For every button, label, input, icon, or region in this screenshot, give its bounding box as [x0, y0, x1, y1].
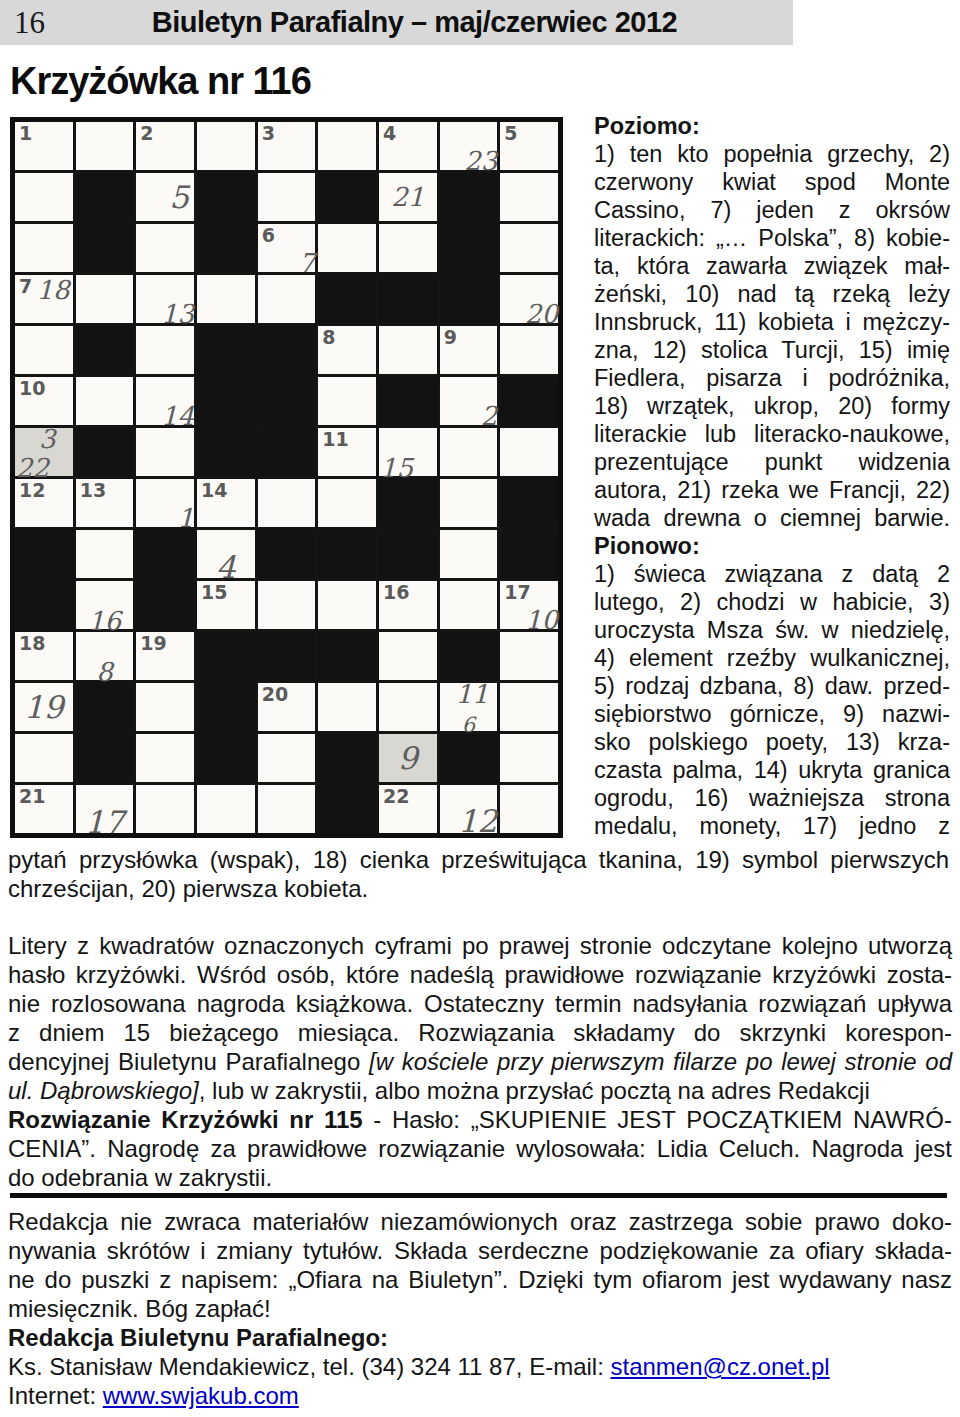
grid-cell-r14c1[interactable]: 21	[15, 785, 73, 833]
grid-cell-r7c1[interactable]: 322	[15, 428, 73, 476]
text-line: Cassino, 7) jeden z okrsów	[594, 196, 950, 224]
grid-cell-r5c9[interactable]	[500, 326, 558, 374]
grid-cell-r8c2[interactable]: 13	[76, 479, 134, 527]
grid-cell-r1c8[interactable]: 23	[440, 122, 498, 170]
grid-cell-r14c8[interactable]: 12	[440, 785, 498, 833]
grid-cell-r10c9[interactable]: 1710	[500, 581, 558, 629]
text-line: Innsbruck, 11) kobieta i mężczy-	[594, 308, 950, 336]
grid-cell-r11c4	[197, 632, 255, 680]
grid-cell-r11c9[interactable]	[500, 632, 558, 680]
grid-cell-r5c7[interactable]	[379, 326, 437, 374]
grid-cell-r13c8	[440, 734, 498, 782]
grid-cell-r5c8[interactable]: 9	[440, 326, 498, 374]
header-bar: 16 Biuletyn Parafialny – maj/czerwiec 20…	[0, 0, 793, 45]
text-segment: do odebrania w zakrystii.	[8, 1164, 272, 1191]
password-digit: 9	[398, 743, 418, 774]
password-digit: 19	[24, 692, 63, 723]
text-segment: żeński, 10) nad tą rzeką leży	[594, 281, 950, 307]
grid-cell-r10c5[interactable]	[258, 581, 316, 629]
grid-cell-r1c4[interactable]	[197, 122, 255, 170]
grid-cell-r2c9[interactable]	[500, 173, 558, 221]
grid-cell-r11c6	[318, 632, 376, 680]
grid-cell-r13c5[interactable]	[258, 734, 316, 782]
password-digit: 13	[161, 301, 194, 327]
grid-cell-r1c6[interactable]	[318, 122, 376, 170]
page-number: 16	[14, 5, 66, 41]
grid-cell-r9c4[interactable]: 4	[197, 530, 255, 578]
text-line: Redakcja nie zwraca materiałów niezamówi…	[8, 1207, 952, 1236]
text-line: ta, która zawarła związek mał-	[594, 252, 950, 280]
text-segment: autora, 21) rzeka we Francji, 22)	[594, 477, 950, 503]
password-digit: 3	[39, 426, 56, 452]
grid-cell-r5c6[interactable]: 8	[318, 326, 376, 374]
grid-cell-r14c7[interactable]: 22	[379, 785, 437, 833]
text-segment: czasta palma, 14) ukryta granica	[594, 757, 950, 783]
text-line: CENIA”. Nagrodę za prawidłowe rozwiązani…	[8, 1134, 952, 1163]
text-line: nywania skrótów i zmiany tytułów. Składa…	[8, 1236, 952, 1265]
clue-number: 11	[322, 430, 348, 449]
text-line: czasta palma, 14) ukryta granica	[594, 756, 950, 784]
clue-number: 7	[19, 277, 32, 296]
grid-cell-r3c4	[197, 224, 255, 272]
grid-cell-r5c4	[197, 326, 255, 374]
grid-cell-r10c1	[15, 581, 73, 629]
grid-cell-r9c3	[136, 530, 194, 578]
text-line: ne do puszki z napisem: „Ofiara na Biule…	[8, 1265, 952, 1294]
grid-cell-r12c2	[76, 683, 134, 731]
grid-cell-r9c2[interactable]	[76, 530, 134, 578]
grid-cell-r8c8[interactable]	[440, 479, 498, 527]
password-digit: 16	[88, 608, 121, 634]
text-segment: Rozwiązanie Krzyżówki nr 115	[8, 1106, 363, 1133]
grid-cell-r5c3[interactable]	[136, 326, 194, 374]
grid-cell-r14c6	[318, 785, 376, 833]
grid-cell-r7c7[interactable]: 15	[379, 428, 437, 476]
grid-cell-r10c8[interactable]	[440, 581, 498, 629]
grid-cell-r10c7[interactable]: 16	[379, 581, 437, 629]
grid-cell-r6c3[interactable]: 14	[136, 377, 194, 425]
grid-cell-r9c5	[258, 530, 316, 578]
text-segment: wada drewna o ciemnej barwie.	[594, 505, 950, 531]
password-digit: 22	[16, 455, 49, 481]
text-line: do odebrania w zakrystii.	[8, 1163, 952, 1192]
grid-cell-r12c9[interactable]	[500, 683, 558, 731]
grid-cell-r1c9[interactable]: 5	[500, 122, 558, 170]
grid-cell-r3c7[interactable]	[379, 224, 437, 272]
grid-cell-r10c3	[136, 581, 194, 629]
grid-cell-r4c2[interactable]	[76, 275, 134, 323]
grid-cell-r2c4	[197, 173, 255, 221]
text-line: ul. Dąbrowskiego], lub w zakrystii, albo…	[8, 1076, 952, 1105]
grid-cell-r8c5[interactable]	[258, 479, 316, 527]
text-line: chrześcijan, 20) pierwsza kobieta.	[8, 874, 949, 903]
grid-cell-r9c8[interactable]	[440, 530, 498, 578]
text-line: czerwony kwiat spod Monte	[594, 168, 950, 196]
text-segment: literackie lub literacko-naukowe,	[594, 421, 950, 447]
text-line: miesięcznik. Bóg zapłać!	[8, 1294, 952, 1323]
text-line: 18) wrzątek, ukrop, 20) formy	[594, 392, 950, 420]
password-digit: 8	[96, 659, 113, 685]
grid-cell-r9c7	[379, 530, 437, 578]
password-digit: 14	[161, 403, 194, 429]
grid-cell-r12c6[interactable]	[318, 683, 376, 731]
clue-number: 2	[140, 124, 153, 143]
text-segment: 18) wrzątek, ukrop, 20) formy	[594, 393, 950, 419]
clue-number: 5	[504, 124, 517, 143]
text-segment: dencyjnej Biuletynu Parafialnego	[8, 1048, 369, 1075]
grid-cell-r8c6[interactable]	[318, 479, 376, 527]
password-digit: 1	[177, 505, 194, 531]
text-line: lutego, 2) chodzi w habicie, 3)	[594, 588, 950, 616]
grid-cell-r11c2[interactable]: 8	[76, 632, 134, 680]
grid-cell-r13c9[interactable]	[500, 734, 558, 782]
text-line: wada drewna o ciemnej barwie.	[594, 504, 950, 532]
crossword-grid: 1234235521677181320891014232211151213114…	[10, 117, 563, 838]
grid-cell-r7c9[interactable]	[500, 428, 558, 476]
text-segment: hasło krzyżówki. Wśród osób, które nadeś…	[8, 961, 952, 988]
grid-cell-r11c1[interactable]: 18	[15, 632, 73, 680]
text-line: Pionowo:	[594, 532, 950, 560]
clue-number: 20	[262, 685, 288, 704]
grid-cell-r1c2[interactable]	[76, 122, 134, 170]
clue-number: 15	[201, 583, 227, 602]
clue-number: 22	[383, 787, 409, 806]
grid-cell-r6c5	[258, 377, 316, 425]
text-segment: Fiedlera, pisarza i podróżnika,	[594, 365, 950, 391]
clue-number: 4	[383, 124, 396, 143]
grid-cell-r14c9[interactable]	[500, 785, 558, 833]
grid-cell-r7c4	[197, 428, 255, 476]
grid-cell-r1c3[interactable]: 2	[136, 122, 194, 170]
text-line: pytań przysłówka (wspak), 18) cienka prz…	[8, 845, 949, 874]
grid-cell-r6c2[interactable]	[76, 377, 134, 425]
grid-cell-r5c1[interactable]	[15, 326, 73, 374]
text-line: autora, 21) rzeka we Francji, 22)	[594, 476, 950, 504]
text-segment: ul. Dąbrowskiego]	[8, 1077, 199, 1104]
text-segment: ta, która zawarła związek mał-	[594, 253, 950, 279]
grid-cell-r3c3[interactable]	[136, 224, 194, 272]
grid-cell-r14c4[interactable]	[197, 785, 255, 833]
grid-cell-r11c7[interactable]	[379, 632, 437, 680]
grid-cell-r7c3[interactable]	[136, 428, 194, 476]
clue-number: 16	[383, 583, 409, 602]
text-line: nie rozlosowana nagroda książkowa. Ostat…	[8, 989, 952, 1018]
password-digit: 23	[464, 148, 497, 174]
grid-cell-r5c2	[76, 326, 134, 374]
text-line: 1) świeca związana z datą 2	[594, 560, 950, 588]
grid-cell-r4c4[interactable]	[197, 275, 255, 323]
grid-cell-r10c2[interactable]: 16	[76, 581, 134, 629]
grid-cell-r6c6[interactable]	[318, 377, 376, 425]
clue-number: 1	[19, 124, 32, 143]
grid-cell-r2c7[interactable]: 21	[379, 173, 437, 221]
grid-cell-r11c3[interactable]: 19	[136, 632, 194, 680]
text-segment: Internet:	[8, 1382, 103, 1409]
text-segment: CENIA”. Nagrodę za prawidłowe rozwiązani…	[8, 1135, 952, 1162]
email-link[interactable]: stanmen@cz.onet.pl	[610, 1353, 829, 1380]
password-digit: 5	[169, 182, 189, 213]
footer: Redakcja nie zwraca materiałów niezamówi…	[8, 1207, 952, 1410]
password-digit: 12	[458, 806, 497, 837]
grid-cell-r13c3[interactable]	[136, 734, 194, 782]
grid-cell-r11c8	[440, 632, 498, 680]
text-segment: sko polskiego poety, 13) krza-	[594, 729, 950, 755]
text-line: Internet: www.swjakub.com	[8, 1381, 952, 1410]
grid-cell-r14c2[interactable]: 17	[76, 785, 134, 833]
grid-cell-r8c4[interactable]: 14	[197, 479, 255, 527]
password-digit: 21	[391, 184, 424, 210]
text-line: z dniem 15 bieżącego miesiąca. Rozwiązan…	[8, 1018, 952, 1047]
grid-cell-r13c4	[197, 734, 255, 782]
grid-cell-r1c1[interactable]: 1	[15, 122, 73, 170]
divider-rule	[10, 1193, 947, 1198]
password-digit: 15	[380, 455, 413, 481]
text-segment: uroczysta Msza św. w niedzielę,	[594, 617, 950, 643]
text-segment: z dniem 15 bieżącego miesiąca. Rozwiązan…	[8, 1019, 952, 1046]
grid-cell-r4c6	[318, 275, 376, 323]
grid-cell-r4c1[interactable]: 718	[15, 275, 73, 323]
text-segment: Ks. Stanisław Mendakiewicz, tel. (34) 32…	[8, 1353, 610, 1380]
text-segment: siębiorstwo górnicze, 9) nazwi-	[594, 701, 950, 727]
grid-cell-r3c8	[440, 224, 498, 272]
grid-cell-r14c5[interactable]	[258, 785, 316, 833]
text-line: Redakcja Biuletynu Parafialnego:	[8, 1323, 952, 1352]
grid-cell-r13c6	[318, 734, 376, 782]
clue-number: 12	[19, 481, 45, 500]
password-digit: 7	[299, 250, 316, 276]
grid-cell-r11c5	[258, 632, 316, 680]
grid-cell-r3c1[interactable]	[15, 224, 73, 272]
grid-cell-r8c3[interactable]: 1	[136, 479, 194, 527]
grid-cell-r2c3[interactable]: 5	[136, 173, 194, 221]
grid-cell-r2c2	[76, 173, 134, 221]
text-segment: - Hasło: „SKUPIENIE JEST POCZĄTKIEM NAWR…	[363, 1106, 952, 1133]
grid-cell-r6c4	[197, 377, 255, 425]
grid-cell-r3c6[interactable]	[318, 224, 376, 272]
grid-cell-r9c9	[500, 530, 558, 578]
text-line: dencyjnej Biuletynu Parafialnego [w kośc…	[8, 1047, 952, 1076]
grid-cell-r8c9	[500, 479, 558, 527]
clue-number: 21	[19, 787, 45, 806]
password-digit: 4	[216, 552, 236, 583]
text-segment: literackich: „… Polska”, 8) kobie-	[594, 225, 950, 251]
clue-number: 8	[322, 328, 335, 347]
grid-cell-r4c5[interactable]	[258, 275, 316, 323]
password-digit: 2	[481, 403, 498, 429]
grid-cell-r13c1[interactable]	[15, 734, 73, 782]
text-segment: Redakcja Biuletynu Parafialnego:	[8, 1324, 388, 1351]
clue-number: 6	[262, 226, 275, 245]
grid-cell-r12c5[interactable]: 20	[258, 683, 316, 731]
clue-number: 10	[19, 379, 45, 398]
grid-cell-r4c7	[379, 275, 437, 323]
grid-cell-r5c5	[258, 326, 316, 374]
text-segment: 1) ten kto popełnia grzechy, 2)	[594, 141, 950, 167]
grid-cell-r2c1[interactable]	[15, 173, 73, 221]
text-line: hasło krzyżówki. Wśród osób, które nadeś…	[8, 960, 952, 989]
grid-cell-r6c1[interactable]: 10	[15, 377, 73, 425]
grid-cell-r6c7	[379, 377, 437, 425]
text-segment: Poziomo:	[594, 113, 700, 139]
text-segment: Innsbruck, 11) kobieta i mężczy-	[594, 309, 950, 335]
grid-cell-r2c5[interactable]	[258, 173, 316, 221]
password-digit: 17	[85, 807, 124, 838]
password-digit: 11	[455, 681, 488, 707]
password-digit: 6	[462, 715, 475, 736]
text-line: uroczysta Msza św. w niedzielę,	[594, 616, 950, 644]
text-line: zna, 12) stolica Turcji, 15) imię	[594, 336, 950, 364]
grid-cell-r6c9	[500, 377, 558, 425]
text-line: ogrodu, 16) ważniejsza strona	[594, 784, 950, 812]
grid-cell-r12c3[interactable]	[136, 683, 194, 731]
text-segment: nie rozlosowana nagroda książkowa. Ostat…	[8, 990, 952, 1017]
text-line: Poziomo:	[594, 112, 950, 140]
grid-cell-r8c1[interactable]: 12	[15, 479, 73, 527]
text-line: literackie lub literacko-naukowe,	[594, 420, 950, 448]
text-segment: chrześcijan, 20) pierwsza kobieta.	[8, 875, 368, 902]
text-segment: nywania skrótów i zmiany tytułów. Składa…	[8, 1237, 952, 1264]
text-segment: lutego, 2) chodzi w habicie, 3)	[594, 589, 950, 615]
text-line: prezentujące punkt widzenia	[594, 448, 950, 476]
password-digit: 20	[525, 301, 558, 327]
grid-cell-r12c1[interactable]: 19	[15, 683, 73, 731]
text-segment: czerwony kwiat spod Monte	[594, 169, 950, 195]
clue-number: 18	[19, 634, 45, 653]
text-segment: [w kościele przy pierwszym filarze po le…	[369, 1048, 952, 1075]
grid-cell-r1c7[interactable]: 4	[379, 122, 437, 170]
text-line: Rozwiązanie Krzyżówki nr 115 - Hasło: „S…	[8, 1105, 952, 1134]
grid-cell-r7c5	[258, 428, 316, 476]
grid-cell-r13c2	[76, 734, 134, 782]
text-segment: pytań przysłówka (wspak), 18) cienka prz…	[8, 846, 949, 873]
text-segment: Redakcja nie zwraca materiałów niezamówi…	[8, 1208, 952, 1235]
text-line: siębiorstwo górnicze, 9) nazwi-	[594, 700, 950, 728]
clue-number: 9	[444, 328, 457, 347]
text-segment: zna, 12) stolica Turcji, 15) imię	[594, 337, 950, 363]
password-digit: 18	[37, 277, 70, 303]
grid-cell-r3c2	[76, 224, 134, 272]
text-segment: Litery z kwadratów oznaczonych cyframi p…	[8, 932, 952, 959]
clue-number: 14	[201, 481, 227, 500]
grid-cell-r4c3[interactable]: 13	[136, 275, 194, 323]
text-segment: 4) element rzeźby wulkanicznej,	[594, 645, 950, 671]
text-segment: Pionowo:	[594, 533, 700, 559]
grid-cell-r7c8[interactable]	[440, 428, 498, 476]
grid-cell-r4c9[interactable]: 20	[500, 275, 558, 323]
grid-cell-r4c8	[440, 275, 498, 323]
text-segment: 1) świeca związana z datą 2	[594, 561, 950, 587]
website-link[interactable]: www.swjakub.com	[103, 1382, 299, 1409]
grid-cell-r2c8	[440, 173, 498, 221]
text-segment: medalu, monety, 17) jedno z	[594, 813, 950, 839]
header-title: Biuletyn Parafialny – maj/czerwiec 2012	[66, 6, 793, 39]
text-segment: ogrodu, 16) ważniejsza strona	[594, 785, 950, 811]
grid-cell-r6c8[interactable]: 2	[440, 377, 498, 425]
grid-cell-r7c6[interactable]: 11	[318, 428, 376, 476]
text-segment: 5) rodzaj dzbana, 8) daw. przed-	[594, 673, 950, 699]
grid-cell-r12c4	[197, 683, 255, 731]
text-line: Fiedlera, pisarza i podróżnika,	[594, 364, 950, 392]
grid-cell-r12c8[interactable]: 116	[440, 683, 498, 731]
text-line: literackich: „… Polska”, 8) kobie-	[594, 224, 950, 252]
clue-number: 3	[262, 124, 275, 143]
grid-cell-r13c7[interactable]: 9	[379, 734, 437, 782]
grid-cell-r9c1	[15, 530, 73, 578]
text-line: 1) ten kto popełnia grzechy, 2)	[594, 140, 950, 168]
grid-cell-r12c7[interactable]	[379, 683, 437, 731]
text-line: 4) element rzeźby wulkanicznej,	[594, 644, 950, 672]
text-segment: , lub w zakrystii, albo można przysłać p…	[199, 1077, 870, 1104]
clue-column: Poziomo:1) ten kto popełnia grzechy, 2)c…	[594, 112, 950, 840]
grid-cell-r3c9[interactable]	[500, 224, 558, 272]
text-line: Ks. Stanisław Mendakiewicz, tel. (34) 32…	[8, 1352, 952, 1381]
grid-cell-r1c5[interactable]: 3	[258, 122, 316, 170]
text-line: Litery z kwadratów oznaczonych cyframi p…	[8, 931, 952, 960]
text-segment: prezentujące punkt widzenia	[594, 449, 950, 475]
grid-cell-r7c2	[76, 428, 134, 476]
grid-cell-r3c5[interactable]: 67	[258, 224, 316, 272]
text-segment: Cassino, 7) jeden z okrsów	[594, 197, 950, 223]
text-segment: miesięcznik. Bóg zapłać!	[8, 1295, 271, 1322]
grid-cell-r2c6	[318, 173, 376, 221]
clue-number: 13	[80, 481, 106, 500]
clue-number: 19	[140, 634, 166, 653]
text-line: sko polskiego poety, 13) krza-	[594, 728, 950, 756]
clue-number: 17	[504, 583, 530, 602]
clues-overflow: pytań przysłówka (wspak), 18) cienka prz…	[8, 845, 949, 903]
grid-cell-r9c6	[318, 530, 376, 578]
grid-cell-r8c7	[379, 479, 437, 527]
text-line: 5) rodzaj dzbana, 8) daw. przed-	[594, 672, 950, 700]
text-line: medalu, monety, 17) jedno z	[594, 812, 950, 840]
solution-note: Litery z kwadratów oznaczonych cyframi p…	[8, 931, 952, 1192]
text-line: żeński, 10) nad tą rzeką leży	[594, 280, 950, 308]
text-segment: ne do puszki z napisem: „Ofiara na Biule…	[8, 1266, 952, 1293]
password-digit: 10	[525, 607, 558, 633]
grid-cell-r14c3[interactable]	[136, 785, 194, 833]
page-title: Krzyżówka nr 116	[10, 60, 311, 103]
grid-cell-r10c6[interactable]	[318, 581, 376, 629]
grid-cell-r10c4[interactable]: 15	[197, 581, 255, 629]
